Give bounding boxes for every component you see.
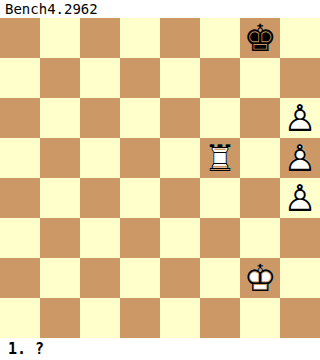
page-title: Bench4.2962 [0, 0, 320, 18]
white-pawn-outline: ♙ [280, 98, 320, 138]
square-e7[interactable] [160, 58, 200, 98]
square-c1[interactable] [80, 298, 120, 338]
square-b2[interactable] [40, 258, 80, 298]
square-h2[interactable] [280, 258, 320, 298]
square-d7[interactable] [120, 58, 160, 98]
move-prompt: 1. ? [0, 338, 320, 360]
square-e1[interactable] [160, 298, 200, 338]
square-h8[interactable] [280, 18, 320, 58]
square-c6[interactable] [80, 98, 120, 138]
square-b4[interactable] [40, 178, 80, 218]
square-f1[interactable] [200, 298, 240, 338]
white-pawn[interactable]: ♟♙ [280, 178, 320, 218]
square-h7[interactable] [280, 58, 320, 98]
square-h4[interactable]: ♟♙ [280, 178, 320, 218]
square-a1[interactable] [0, 298, 40, 338]
square-a7[interactable] [0, 58, 40, 98]
square-c4[interactable] [80, 178, 120, 218]
square-d3[interactable] [120, 218, 160, 258]
square-a6[interactable] [0, 98, 40, 138]
square-a4[interactable] [0, 178, 40, 218]
square-b5[interactable] [40, 138, 80, 178]
square-g5[interactable] [240, 138, 280, 178]
square-e6[interactable] [160, 98, 200, 138]
square-e2[interactable] [160, 258, 200, 298]
square-f8[interactable] [200, 18, 240, 58]
square-f4[interactable] [200, 178, 240, 218]
square-h6[interactable]: ♟♙ [280, 98, 320, 138]
square-g2[interactable]: ♚♔ [240, 258, 280, 298]
square-c3[interactable] [80, 218, 120, 258]
square-b3[interactable] [40, 218, 80, 258]
square-f2[interactable] [200, 258, 240, 298]
square-f6[interactable] [200, 98, 240, 138]
square-c2[interactable] [80, 258, 120, 298]
white-rook-outline: ♖ [200, 138, 240, 178]
square-e5[interactable] [160, 138, 200, 178]
white-rook[interactable]: ♜♖ [200, 138, 240, 178]
square-a8[interactable] [0, 18, 40, 58]
square-b7[interactable] [40, 58, 80, 98]
square-b8[interactable] [40, 18, 80, 58]
square-d2[interactable] [120, 258, 160, 298]
square-g1[interactable] [240, 298, 280, 338]
square-c8[interactable] [80, 18, 120, 58]
square-h3[interactable] [280, 218, 320, 258]
white-pawn-outline: ♙ [280, 138, 320, 178]
square-g8[interactable]: ♚ [240, 18, 280, 58]
square-c7[interactable] [80, 58, 120, 98]
white-king-outline: ♔ [240, 258, 280, 298]
square-d1[interactable] [120, 298, 160, 338]
square-d4[interactable] [120, 178, 160, 218]
chess-board: ♚♟♙♜♖♟♙♟♙♚♔ [0, 18, 320, 338]
white-king[interactable]: ♚♔ [240, 258, 280, 298]
square-h5[interactable]: ♟♙ [280, 138, 320, 178]
black-king-glyph: ♚ [240, 18, 280, 58]
square-g7[interactable] [240, 58, 280, 98]
square-f3[interactable] [200, 218, 240, 258]
square-g6[interactable] [240, 98, 280, 138]
square-d5[interactable] [120, 138, 160, 178]
square-h1[interactable] [280, 298, 320, 338]
black-king[interactable]: ♚ [240, 18, 280, 58]
white-pawn[interactable]: ♟♙ [280, 98, 320, 138]
square-b6[interactable] [40, 98, 80, 138]
square-g4[interactable] [240, 178, 280, 218]
square-a2[interactable] [0, 258, 40, 298]
square-e4[interactable] [160, 178, 200, 218]
square-c5[interactable] [80, 138, 120, 178]
white-pawn-outline: ♙ [280, 178, 320, 218]
white-pawn[interactable]: ♟♙ [280, 138, 320, 178]
square-e3[interactable] [160, 218, 200, 258]
square-a3[interactable] [0, 218, 40, 258]
square-d8[interactable] [120, 18, 160, 58]
square-e8[interactable] [160, 18, 200, 58]
square-g3[interactable] [240, 218, 280, 258]
square-f7[interactable] [200, 58, 240, 98]
square-f5[interactable]: ♜♖ [200, 138, 240, 178]
square-d6[interactable] [120, 98, 160, 138]
square-b1[interactable] [40, 298, 80, 338]
square-a5[interactable] [0, 138, 40, 178]
